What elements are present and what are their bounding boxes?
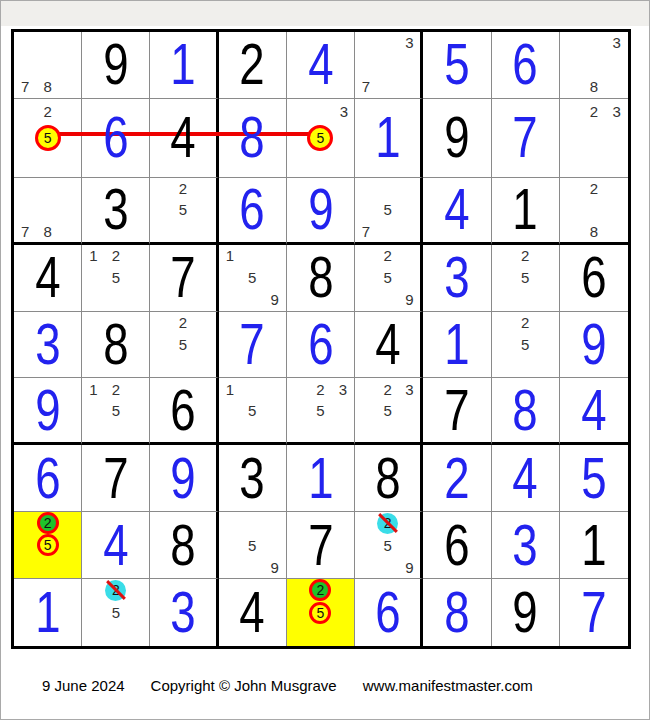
solved-digit: 8 (512, 382, 537, 439)
candidate-pos-3 (536, 245, 558, 267)
cell-r8c6[interactable]: 259 (355, 512, 423, 579)
cell-r4c7[interactable]: 3 (423, 245, 491, 312)
candidate-pos-9 (61, 151, 82, 177)
candidate-pos-2 (241, 245, 263, 267)
cell-r9c9[interactable]: 7 (560, 579, 628, 646)
solved-digit: 7 (581, 584, 606, 641)
candidate-pos-8 (377, 76, 399, 98)
cell-r4c6[interactable]: 259 (355, 245, 423, 312)
candidate-pos-1 (14, 512, 36, 534)
solved-digit: 1 (35, 584, 60, 641)
candidate-pos-5: 5 (309, 601, 331, 623)
solved-digit: 9 (581, 316, 606, 373)
cell-r6c5[interactable]: 235 (287, 378, 355, 445)
candidate-pos-2: 2 (105, 378, 127, 399)
solved-digit: 4 (444, 181, 469, 238)
candidate-pos-2: 2 (105, 579, 127, 601)
candidate-pos-9 (59, 76, 81, 98)
candidate-pos-4 (219, 400, 241, 421)
candidate-pos-1: 1 (82, 378, 104, 399)
candidate-pos-2: 2 (36, 512, 58, 534)
candidate-pos-3 (263, 378, 285, 399)
cell-r6c3[interactable]: 6 (150, 378, 218, 445)
given-digit: 1 (512, 181, 537, 238)
candidate-pos-3 (59, 512, 81, 534)
candidate-pos-6 (127, 267, 149, 289)
candidate-pos-1 (355, 178, 377, 199)
candidate-grid: 25 (492, 245, 559, 311)
candidate-pos-4 (82, 267, 104, 289)
solved-digit: 1 (170, 36, 195, 93)
solved-digit: 7 (512, 109, 537, 166)
candidate-grid: 25 (150, 312, 215, 378)
candidate-pos-4 (82, 601, 104, 623)
given-digit: 6 (444, 517, 469, 574)
candidate-pos-6 (605, 199, 628, 220)
candidate-pos-5 (377, 54, 399, 76)
cell-r9c6[interactable]: 6 (355, 579, 423, 646)
solved-digit: 4 (581, 382, 606, 439)
cell-r3c7[interactable]: 4 (423, 178, 491, 245)
candidate-pos-9 (605, 151, 628, 177)
cell-r1c5[interactable]: 4 (287, 32, 355, 99)
candidate-pos-2: 2 (105, 245, 127, 267)
candidate-pos-3 (263, 512, 285, 534)
cell-r2c2[interactable]: 6 (82, 99, 150, 178)
candidate-pos-6 (61, 125, 82, 151)
cell-r1c9[interactable]: 38 (560, 32, 628, 99)
candidate-pos-2: 2 (35, 99, 61, 125)
candidate-pos-7 (287, 151, 308, 177)
cell-r5c7[interactable]: 1 (423, 312, 491, 379)
cell-r7c1[interactable]: 6 (14, 445, 82, 512)
cell-r4c5[interactable]: 8 (287, 245, 355, 312)
cell-r6c4[interactable]: 15 (219, 378, 287, 445)
cell-r3c8[interactable]: 1 (492, 178, 560, 245)
cell-r9c8[interactable]: 9 (492, 579, 560, 646)
cell-r3c3[interactable]: 25 (150, 178, 218, 245)
candidate-pos-6 (399, 534, 421, 556)
candidate-pos-6 (399, 400, 421, 421)
candidate-pos-4 (150, 334, 172, 356)
candidate-grid: 28 (560, 178, 628, 242)
solved-digit: 3 (35, 316, 60, 373)
candidate-pos-5 (36, 54, 58, 76)
candidate-pos-2: 2 (172, 178, 194, 199)
cell-r1c8[interactable]: 6 (492, 32, 560, 99)
candidate-pos-7 (150, 220, 172, 241)
candidate-pos-6 (605, 54, 628, 76)
candidate-grid: 25 (14, 512, 81, 578)
candidate-pos-8 (377, 556, 399, 578)
candidate-pos-8: 8 (36, 76, 58, 98)
candidate-pos-7 (82, 624, 104, 646)
candidate-pos-1 (560, 32, 583, 54)
given-digit: 9 (103, 36, 128, 93)
candidate-pos-4 (560, 199, 583, 220)
candidate-pos-5: 5 (36, 534, 58, 556)
cell-r3c9[interactable]: 28 (560, 178, 628, 245)
candidate-pos-8 (514, 289, 536, 311)
solved-digit: 6 (375, 584, 400, 641)
candidate-pos-5: 5 (105, 267, 127, 289)
candidate-pos-2 (36, 178, 58, 199)
cell-r5c8[interactable]: 25 (492, 312, 560, 379)
candidate-pos-4 (14, 54, 36, 76)
candidate-pos-7 (560, 76, 583, 98)
cell-r5c1[interactable]: 3 (14, 312, 82, 379)
candidate-pos-1 (355, 32, 377, 54)
given-digit: 2 (240, 36, 265, 93)
candidate-pos-5 (36, 199, 58, 220)
candidate-pos-3: 3 (332, 378, 354, 399)
candidate-pos-4 (82, 400, 104, 421)
candidate-pos-8 (309, 421, 331, 442)
candidate-pos-3 (194, 312, 216, 334)
candidate-pos-1 (355, 512, 377, 534)
cell-r2c7[interactable]: 9 (423, 99, 491, 178)
cell-r9c2[interactable]: 25 (82, 579, 150, 646)
given-digit: 4 (35, 249, 60, 306)
candidate-grid: 25 (492, 312, 559, 378)
candidate-pos-8 (35, 151, 61, 177)
candidate-grid: 125 (82, 378, 149, 442)
candidate-pos-2 (583, 32, 606, 54)
candidate-pos-1 (560, 99, 583, 125)
given-digit: 6 (581, 249, 606, 306)
cell-r4c2[interactable]: 125 (82, 245, 150, 312)
cell-r2c4[interactable]: 8 (219, 99, 287, 178)
candidate-pos-8 (241, 556, 263, 578)
cell-r7c2[interactable]: 7 (82, 445, 150, 512)
candidate-pos-5: 5 (309, 400, 331, 421)
candidate-grid: 25 (287, 579, 354, 646)
candidate-pos-2: 2 (309, 378, 331, 399)
candidate-pos-1 (492, 245, 514, 267)
candidate-grid: 159 (219, 245, 286, 311)
cell-r7c7[interactable]: 2 (423, 445, 491, 512)
solved-digit: 1 (444, 316, 469, 373)
candidate-pos-2: 2 (172, 312, 194, 334)
candidate-pos-7 (492, 289, 514, 311)
given-digit: 7 (444, 382, 469, 439)
candidate-pos-7 (82, 421, 104, 442)
candidate-pos-9 (127, 624, 149, 646)
candidate-pos-4 (560, 54, 583, 76)
candidate-pos-5: 5 (514, 334, 536, 356)
candidate-grid: 37 (355, 32, 420, 98)
candidate-pos-8: 8 (36, 220, 58, 241)
candidate-pos-9 (536, 355, 558, 377)
cell-r5c5[interactable]: 6 (287, 312, 355, 379)
cell-r3c6[interactable]: 57 (355, 178, 423, 245)
candidate-pos-4 (150, 199, 172, 220)
given-digit: 8 (170, 517, 195, 574)
given-digit: 9 (512, 584, 537, 641)
candidate-pos-2: 2 (309, 579, 331, 601)
cell-r1c4[interactable]: 2 (219, 32, 287, 99)
footer-date: 9 June 2024 (42, 677, 125, 694)
candidate-pos-6 (399, 54, 421, 76)
candidate-pos-1: 1 (219, 378, 241, 399)
cell-r2c1[interactable]: 25 (14, 99, 82, 178)
solved-digit: 3 (512, 517, 537, 574)
cell-r4c1[interactable]: 4 (14, 245, 82, 312)
given-digit: 4 (375, 316, 400, 373)
candidate-pos-6 (59, 199, 81, 220)
candidate-pos-3 (59, 32, 81, 54)
cell-r7c6[interactable]: 8 (355, 445, 423, 512)
yellow-circle-mark: 5 (35, 125, 61, 151)
green-circle-mark: 2 (309, 579, 331, 601)
solved-digit: 5 (444, 36, 469, 93)
candidate-pos-2: 2 (377, 512, 399, 534)
red-ring-mark: 5 (309, 602, 331, 624)
candidate-pos-4 (355, 534, 377, 556)
candidate-pos-3: 3 (399, 32, 421, 54)
candidate-pos-2: 2 (583, 99, 606, 125)
cell-r9c5[interactable]: 25 (287, 579, 355, 646)
candidate-pos-4 (355, 199, 377, 220)
cell-r8c2[interactable]: 4 (82, 512, 150, 579)
candidate-pos-9: 9 (399, 556, 421, 578)
solved-digit: 4 (103, 517, 128, 574)
candidate-pos-3 (127, 378, 149, 399)
given-digit: 3 (240, 450, 265, 507)
cell-r3c4[interactable]: 6 (219, 178, 287, 245)
cyan-slash-mark: 2 (377, 513, 398, 534)
candidate-pos-9 (333, 151, 354, 177)
candidate-pos-3: 3 (399, 378, 421, 399)
candidate-pos-1 (14, 178, 36, 199)
cell-r4c4[interactable]: 159 (219, 245, 287, 312)
cell-r5c9[interactable]: 9 (560, 312, 628, 379)
cell-r1c2[interactable]: 9 (82, 32, 150, 99)
candidate-pos-6 (127, 601, 149, 623)
candidate-pos-1: 1 (219, 245, 241, 267)
cell-r3c5[interactable]: 9 (287, 178, 355, 245)
candidate-pos-8 (377, 220, 399, 241)
cell-r7c5[interactable]: 1 (287, 445, 355, 512)
candidate-pos-9 (399, 220, 421, 241)
candidate-pos-4 (14, 199, 36, 220)
candidate-pos-3 (605, 178, 628, 199)
solved-digit: 2 (444, 450, 469, 507)
solved-digit: 6 (240, 181, 265, 238)
cell-r3c2[interactable]: 3 (82, 178, 150, 245)
candidate-pos-5: 5 (172, 334, 194, 356)
candidate-grid: 25 (82, 579, 149, 646)
candidate-pos-4 (287, 400, 309, 421)
cell-r6c7[interactable]: 7 (423, 378, 491, 445)
candidate-pos-6 (332, 601, 354, 623)
candidate-pos-9 (263, 421, 285, 442)
cell-r6c2[interactable]: 125 (82, 378, 150, 445)
candidate-pos-3 (127, 579, 149, 601)
footer: 9 June 2024Copyright © John Musgravewww.… (42, 677, 559, 694)
candidate-pos-7 (287, 624, 309, 646)
candidate-grid: 23 (560, 99, 628, 177)
solved-digit: 5 (581, 450, 606, 507)
candidate-grid: 259 (355, 245, 420, 311)
candidate-pos-4 (355, 267, 377, 289)
candidate-pos-7: 7 (355, 76, 377, 98)
candidate-pos-5 (583, 199, 606, 220)
candidate-pos-2: 2 (514, 312, 536, 334)
candidate-pos-5 (583, 54, 606, 76)
red-ring-mark: 5 (37, 534, 59, 556)
solved-digit: 4 (512, 450, 537, 507)
solved-digit: 6 (35, 450, 60, 507)
cell-r5c2[interactable]: 8 (82, 312, 150, 379)
candidate-pos-8 (105, 421, 127, 442)
cell-r5c3[interactable]: 25 (150, 312, 218, 379)
cell-r8c8[interactable]: 3 (492, 512, 560, 579)
candidate-pos-6 (332, 400, 354, 421)
cell-r2c5[interactable]: 35 (287, 99, 355, 178)
cell-r3c1[interactable]: 78 (14, 178, 82, 245)
cell-r2c3[interactable]: 4 (150, 99, 218, 178)
cell-r7c4[interactable]: 3 (219, 445, 287, 512)
cell-r2c9[interactable]: 23 (560, 99, 628, 178)
cell-r5c6[interactable]: 4 (355, 312, 423, 379)
candidate-pos-2 (307, 99, 333, 125)
candidate-pos-9: 9 (399, 289, 421, 311)
candidate-pos-5: 5 (377, 400, 399, 421)
given-digit: 4 (170, 109, 195, 166)
candidate-pos-2 (377, 32, 399, 54)
cell-r8c9[interactable]: 1 (560, 512, 628, 579)
cell-r8c3[interactable]: 8 (150, 512, 218, 579)
candidate-pos-1 (150, 312, 172, 334)
candidate-pos-3 (332, 579, 354, 601)
solved-digit: 9 (35, 382, 60, 439)
candidate-pos-6 (263, 400, 285, 421)
footer-copyright: Copyright © John Musgrave (151, 677, 337, 694)
candidate-pos-1 (287, 99, 308, 125)
cell-r8c4[interactable]: 59 (219, 512, 287, 579)
candidate-grid: 35 (287, 99, 354, 177)
footer-site-url: www.manifestmaster.com (363, 677, 533, 694)
cell-r1c6[interactable]: 37 (355, 32, 423, 99)
candidate-pos-3 (399, 512, 421, 534)
cell-r8c5[interactable]: 7 (287, 512, 355, 579)
candidate-pos-1 (492, 312, 514, 334)
candidate-pos-9 (536, 289, 558, 311)
candidate-pos-8 (36, 556, 58, 578)
candidate-pos-3 (59, 178, 81, 199)
cell-r7c9[interactable]: 5 (560, 445, 628, 512)
cell-r7c8[interactable]: 4 (492, 445, 560, 512)
candidate-pos-1 (219, 512, 241, 534)
candidate-pos-8: 8 (583, 220, 606, 241)
candidate-grid: 125 (82, 245, 149, 311)
cell-r1c7[interactable]: 5 (423, 32, 491, 99)
candidate-pos-9 (605, 220, 628, 241)
candidate-pos-4 (14, 534, 36, 556)
candidate-pos-3 (536, 312, 558, 334)
candidate-pos-3 (194, 178, 216, 199)
cell-r9c3[interactable]: 3 (150, 579, 218, 646)
candidate-pos-9 (127, 289, 149, 311)
candidate-pos-6 (536, 267, 558, 289)
candidate-pos-5: 5 (241, 400, 263, 421)
cell-r7c3[interactable]: 9 (150, 445, 218, 512)
candidate-pos-2 (377, 178, 399, 199)
candidate-pos-7 (219, 556, 241, 578)
candidate-pos-2: 2 (514, 245, 536, 267)
candidate-pos-3 (399, 245, 421, 267)
candidate-grid: 25 (14, 99, 81, 177)
given-digit: 8 (375, 450, 400, 507)
candidate-pos-6 (127, 400, 149, 421)
cell-r6c9[interactable]: 4 (560, 378, 628, 445)
candidate-pos-8: 8 (583, 76, 606, 98)
candidate-pos-2: 2 (377, 378, 399, 399)
cell-r1c3[interactable]: 1 (150, 32, 218, 99)
candidate-grid: 78 (14, 32, 81, 98)
candidate-pos-2: 2 (583, 178, 606, 199)
cell-r1c1[interactable]: 78 (14, 32, 82, 99)
solved-digit: 6 (103, 109, 128, 166)
candidate-pos-7 (355, 421, 377, 442)
given-digit: 9 (444, 109, 469, 166)
cell-r6c6[interactable]: 235 (355, 378, 423, 445)
cell-r4c3[interactable]: 7 (150, 245, 218, 312)
cell-r9c1[interactable]: 1 (14, 579, 82, 646)
candidate-grid: 38 (560, 32, 628, 98)
given-digit: 8 (103, 316, 128, 373)
candidate-pos-8 (514, 355, 536, 377)
cell-r9c4[interactable]: 4 (219, 579, 287, 646)
candidate-pos-8 (241, 289, 263, 311)
candidate-pos-3 (61, 99, 82, 125)
candidate-pos-1 (560, 178, 583, 199)
candidate-pos-7 (560, 151, 583, 177)
candidate-pos-7 (14, 556, 36, 578)
given-digit: 3 (103, 181, 128, 238)
candidate-grid: 259 (355, 512, 420, 578)
solved-digit: 8 (444, 584, 469, 641)
cell-r5c4[interactable]: 7 (219, 312, 287, 379)
candidate-pos-1 (82, 579, 104, 601)
candidate-pos-3 (263, 245, 285, 267)
cell-r8c1[interactable]: 25 (14, 512, 82, 579)
candidate-pos-6 (399, 199, 421, 220)
candidate-pos-6 (605, 125, 628, 151)
candidate-pos-6 (333, 125, 354, 151)
candidate-grid: 15 (219, 378, 286, 442)
candidate-pos-4 (14, 125, 35, 151)
cell-r8c7[interactable]: 6 (423, 512, 491, 579)
cell-r2c6[interactable]: 1 (355, 99, 423, 178)
candidate-pos-7 (150, 355, 172, 377)
cell-r2c8[interactable]: 7 (492, 99, 560, 178)
cell-r4c9[interactable]: 6 (560, 245, 628, 312)
cell-r4c8[interactable]: 25 (492, 245, 560, 312)
solved-digit: 9 (170, 450, 195, 507)
candidate-pos-9 (194, 220, 216, 241)
candidate-pos-5 (583, 125, 606, 151)
candidate-pos-6 (194, 334, 216, 356)
candidate-pos-9 (399, 421, 421, 442)
cell-r9c7[interactable]: 8 (423, 579, 491, 646)
cell-r6c8[interactable]: 8 (492, 378, 560, 445)
candidate-pos-7: 7 (14, 220, 36, 241)
candidate-pos-9 (399, 76, 421, 98)
candidate-pos-6 (59, 54, 81, 76)
cell-r6c1[interactable]: 9 (14, 378, 82, 445)
